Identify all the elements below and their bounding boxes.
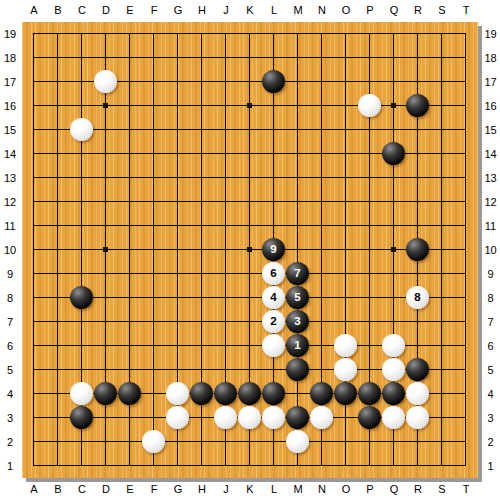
intersection-M14[interactable]: [286, 142, 310, 166]
intersection-N5[interactable]: [310, 358, 334, 382]
intersection-H1[interactable]: [190, 454, 214, 478]
intersection-M1[interactable]: [286, 454, 310, 478]
intersection-Q12[interactable]: [382, 190, 406, 214]
intersection-S7[interactable]: [430, 310, 454, 334]
intersection-E4[interactable]: [118, 382, 142, 406]
intersection-M8[interactable]: 5: [286, 286, 310, 310]
intersection-C16[interactable]: [70, 94, 94, 118]
intersection-T7[interactable]: [454, 310, 478, 334]
intersection-S9[interactable]: [430, 262, 454, 286]
intersection-A10[interactable]: [22, 238, 46, 262]
intersection-L14[interactable]: [262, 142, 286, 166]
intersection-O6[interactable]: [334, 334, 358, 358]
intersection-Q13[interactable]: [382, 166, 406, 190]
intersection-J9[interactable]: [214, 262, 238, 286]
intersection-F2[interactable]: [142, 430, 166, 454]
intersection-T16[interactable]: [454, 94, 478, 118]
intersection-O14[interactable]: [334, 142, 358, 166]
intersection-T14[interactable]: [454, 142, 478, 166]
intersection-B5[interactable]: [46, 358, 70, 382]
intersection-K16[interactable]: [238, 94, 262, 118]
intersection-T3[interactable]: [454, 406, 478, 430]
intersection-E12[interactable]: [118, 190, 142, 214]
intersection-K19[interactable]: [238, 22, 262, 46]
intersection-K7[interactable]: [238, 310, 262, 334]
intersection-Q9[interactable]: [382, 262, 406, 286]
intersection-B18[interactable]: [46, 46, 70, 70]
intersection-C11[interactable]: [70, 214, 94, 238]
intersection-L2[interactable]: [262, 430, 286, 454]
intersection-Q3[interactable]: [382, 406, 406, 430]
intersection-K14[interactable]: [238, 142, 262, 166]
intersection-C17[interactable]: [70, 70, 94, 94]
intersection-F12[interactable]: [142, 190, 166, 214]
intersection-S6[interactable]: [430, 334, 454, 358]
intersection-F8[interactable]: [142, 286, 166, 310]
intersection-O19[interactable]: [334, 22, 358, 46]
intersection-B12[interactable]: [46, 190, 70, 214]
intersection-R12[interactable]: [406, 190, 430, 214]
intersection-H13[interactable]: [190, 166, 214, 190]
intersection-P4[interactable]: [358, 382, 382, 406]
intersection-K4[interactable]: [238, 382, 262, 406]
intersection-D17[interactable]: [94, 70, 118, 94]
intersection-P13[interactable]: [358, 166, 382, 190]
intersection-P10[interactable]: [358, 238, 382, 262]
intersection-F7[interactable]: [142, 310, 166, 334]
intersection-N8[interactable]: [310, 286, 334, 310]
intersection-J12[interactable]: [214, 190, 238, 214]
intersection-P11[interactable]: [358, 214, 382, 238]
intersection-A1[interactable]: [22, 454, 46, 478]
intersection-S11[interactable]: [430, 214, 454, 238]
intersection-A12[interactable]: [22, 190, 46, 214]
intersection-R13[interactable]: [406, 166, 430, 190]
intersection-J16[interactable]: [214, 94, 238, 118]
intersection-L8[interactable]: 4: [262, 286, 286, 310]
intersection-H15[interactable]: [190, 118, 214, 142]
intersection-O3[interactable]: [334, 406, 358, 430]
intersection-O16[interactable]: [334, 94, 358, 118]
intersection-N10[interactable]: [310, 238, 334, 262]
intersection-S10[interactable]: [430, 238, 454, 262]
intersection-Q14[interactable]: [382, 142, 406, 166]
intersection-F15[interactable]: [142, 118, 166, 142]
intersection-E14[interactable]: [118, 142, 142, 166]
intersection-T15[interactable]: [454, 118, 478, 142]
intersection-S4[interactable]: [430, 382, 454, 406]
intersection-K3[interactable]: [238, 406, 262, 430]
intersection-Q4[interactable]: [382, 382, 406, 406]
intersection-K1[interactable]: [238, 454, 262, 478]
intersection-E3[interactable]: [118, 406, 142, 430]
intersection-Q17[interactable]: [382, 70, 406, 94]
intersection-P12[interactable]: [358, 190, 382, 214]
intersection-M11[interactable]: [286, 214, 310, 238]
intersection-J8[interactable]: [214, 286, 238, 310]
intersection-S5[interactable]: [430, 358, 454, 382]
intersection-D9[interactable]: [94, 262, 118, 286]
intersection-M9[interactable]: 7: [286, 262, 310, 286]
intersection-O17[interactable]: [334, 70, 358, 94]
intersection-L1[interactable]: [262, 454, 286, 478]
intersection-B9[interactable]: [46, 262, 70, 286]
intersection-C6[interactable]: [70, 334, 94, 358]
intersection-N16[interactable]: [310, 94, 334, 118]
intersection-S16[interactable]: [430, 94, 454, 118]
intersection-Q7[interactable]: [382, 310, 406, 334]
intersection-S19[interactable]: [430, 22, 454, 46]
intersection-B6[interactable]: [46, 334, 70, 358]
intersection-C2[interactable]: [70, 430, 94, 454]
intersection-E17[interactable]: [118, 70, 142, 94]
intersection-H12[interactable]: [190, 190, 214, 214]
intersection-B1[interactable]: [46, 454, 70, 478]
intersection-N11[interactable]: [310, 214, 334, 238]
intersection-L9[interactable]: 6: [262, 262, 286, 286]
intersection-L12[interactable]: [262, 190, 286, 214]
intersection-K5[interactable]: [238, 358, 262, 382]
intersection-O9[interactable]: [334, 262, 358, 286]
intersection-M16[interactable]: [286, 94, 310, 118]
intersection-H5[interactable]: [190, 358, 214, 382]
intersection-R5[interactable]: [406, 358, 430, 382]
intersection-P15[interactable]: [358, 118, 382, 142]
intersection-B8[interactable]: [46, 286, 70, 310]
intersection-G3[interactable]: [166, 406, 190, 430]
intersection-N15[interactable]: [310, 118, 334, 142]
intersection-R7[interactable]: [406, 310, 430, 334]
intersection-E2[interactable]: [118, 430, 142, 454]
intersection-N12[interactable]: [310, 190, 334, 214]
intersection-Q18[interactable]: [382, 46, 406, 70]
intersection-D16[interactable]: [94, 94, 118, 118]
intersection-D15[interactable]: [94, 118, 118, 142]
intersection-G14[interactable]: [166, 142, 190, 166]
intersection-A19[interactable]: [22, 22, 46, 46]
intersection-G16[interactable]: [166, 94, 190, 118]
intersection-M17[interactable]: [286, 70, 310, 94]
intersection-D13[interactable]: [94, 166, 118, 190]
intersection-H19[interactable]: [190, 22, 214, 46]
intersection-D1[interactable]: [94, 454, 118, 478]
intersection-J17[interactable]: [214, 70, 238, 94]
intersection-C18[interactable]: [70, 46, 94, 70]
intersection-G19[interactable]: [166, 22, 190, 46]
intersection-N2[interactable]: [310, 430, 334, 454]
intersection-B17[interactable]: [46, 70, 70, 94]
intersection-T19[interactable]: [454, 22, 478, 46]
intersection-Q8[interactable]: [382, 286, 406, 310]
intersection-B3[interactable]: [46, 406, 70, 430]
intersection-E6[interactable]: [118, 334, 142, 358]
intersection-S14[interactable]: [430, 142, 454, 166]
intersection-F16[interactable]: [142, 94, 166, 118]
intersection-B14[interactable]: [46, 142, 70, 166]
intersection-A16[interactable]: [22, 94, 46, 118]
intersection-O11[interactable]: [334, 214, 358, 238]
intersection-M18[interactable]: [286, 46, 310, 70]
intersection-J14[interactable]: [214, 142, 238, 166]
intersection-D8[interactable]: [94, 286, 118, 310]
intersection-R1[interactable]: [406, 454, 430, 478]
intersection-F19[interactable]: [142, 22, 166, 46]
intersection-T18[interactable]: [454, 46, 478, 70]
intersection-E11[interactable]: [118, 214, 142, 238]
intersection-D19[interactable]: [94, 22, 118, 46]
intersection-T12[interactable]: [454, 190, 478, 214]
intersection-N14[interactable]: [310, 142, 334, 166]
intersection-T2[interactable]: [454, 430, 478, 454]
intersection-J3[interactable]: [214, 406, 238, 430]
intersection-S3[interactable]: [430, 406, 454, 430]
intersection-F11[interactable]: [142, 214, 166, 238]
intersection-L18[interactable]: [262, 46, 286, 70]
intersection-D10[interactable]: [94, 238, 118, 262]
intersection-F13[interactable]: [142, 166, 166, 190]
intersection-T9[interactable]: [454, 262, 478, 286]
intersection-A5[interactable]: [22, 358, 46, 382]
intersection-M3[interactable]: [286, 406, 310, 430]
intersection-Q16[interactable]: [382, 94, 406, 118]
intersection-S17[interactable]: [430, 70, 454, 94]
intersection-D12[interactable]: [94, 190, 118, 214]
intersection-D2[interactable]: [94, 430, 118, 454]
intersection-J18[interactable]: [214, 46, 238, 70]
intersection-B2[interactable]: [46, 430, 70, 454]
intersection-M13[interactable]: [286, 166, 310, 190]
intersection-C5[interactable]: [70, 358, 94, 382]
intersection-N18[interactable]: [310, 46, 334, 70]
intersection-E15[interactable]: [118, 118, 142, 142]
intersection-K6[interactable]: [238, 334, 262, 358]
intersection-T5[interactable]: [454, 358, 478, 382]
intersection-J5[interactable]: [214, 358, 238, 382]
intersection-P6[interactable]: [358, 334, 382, 358]
intersection-J11[interactable]: [214, 214, 238, 238]
intersection-B16[interactable]: [46, 94, 70, 118]
intersection-G15[interactable]: [166, 118, 190, 142]
intersection-Q15[interactable]: [382, 118, 406, 142]
intersection-F14[interactable]: [142, 142, 166, 166]
intersection-C19[interactable]: [70, 22, 94, 46]
intersection-K17[interactable]: [238, 70, 262, 94]
intersection-P9[interactable]: [358, 262, 382, 286]
intersection-L3[interactable]: [262, 406, 286, 430]
intersection-L15[interactable]: [262, 118, 286, 142]
intersection-P5[interactable]: [358, 358, 382, 382]
intersection-L10[interactable]: 9: [262, 238, 286, 262]
intersection-O13[interactable]: [334, 166, 358, 190]
intersection-J19[interactable]: [214, 22, 238, 46]
intersection-R14[interactable]: [406, 142, 430, 166]
intersection-R18[interactable]: [406, 46, 430, 70]
intersection-H9[interactable]: [190, 262, 214, 286]
intersection-H7[interactable]: [190, 310, 214, 334]
intersection-C4[interactable]: [70, 382, 94, 406]
intersection-B13[interactable]: [46, 166, 70, 190]
intersection-F5[interactable]: [142, 358, 166, 382]
intersection-N13[interactable]: [310, 166, 334, 190]
intersection-T11[interactable]: [454, 214, 478, 238]
intersection-H11[interactable]: [190, 214, 214, 238]
intersection-A6[interactable]: [22, 334, 46, 358]
intersection-N7[interactable]: [310, 310, 334, 334]
intersection-T8[interactable]: [454, 286, 478, 310]
intersection-S15[interactable]: [430, 118, 454, 142]
intersection-K15[interactable]: [238, 118, 262, 142]
intersection-P17[interactable]: [358, 70, 382, 94]
intersection-O10[interactable]: [334, 238, 358, 262]
intersection-S12[interactable]: [430, 190, 454, 214]
intersection-C10[interactable]: [70, 238, 94, 262]
intersection-H17[interactable]: [190, 70, 214, 94]
intersection-M12[interactable]: [286, 190, 310, 214]
intersection-A18[interactable]: [22, 46, 46, 70]
intersection-G1[interactable]: [166, 454, 190, 478]
intersection-G11[interactable]: [166, 214, 190, 238]
intersection-A15[interactable]: [22, 118, 46, 142]
intersection-G4[interactable]: [166, 382, 190, 406]
intersection-C15[interactable]: [70, 118, 94, 142]
intersection-H3[interactable]: [190, 406, 214, 430]
intersection-J4[interactable]: [214, 382, 238, 406]
intersection-C3[interactable]: [70, 406, 94, 430]
intersection-N1[interactable]: [310, 454, 334, 478]
intersection-M6[interactable]: 1: [286, 334, 310, 358]
intersection-P1[interactable]: [358, 454, 382, 478]
intersection-A3[interactable]: [22, 406, 46, 430]
intersection-L19[interactable]: [262, 22, 286, 46]
intersection-D5[interactable]: [94, 358, 118, 382]
intersection-K12[interactable]: [238, 190, 262, 214]
intersection-R17[interactable]: [406, 70, 430, 94]
intersection-C7[interactable]: [70, 310, 94, 334]
intersection-P18[interactable]: [358, 46, 382, 70]
intersection-P16[interactable]: [358, 94, 382, 118]
intersection-B4[interactable]: [46, 382, 70, 406]
intersection-L13[interactable]: [262, 166, 286, 190]
intersection-E10[interactable]: [118, 238, 142, 262]
intersection-P19[interactable]: [358, 22, 382, 46]
intersection-R10[interactable]: [406, 238, 430, 262]
intersection-F9[interactable]: [142, 262, 166, 286]
intersection-P8[interactable]: [358, 286, 382, 310]
intersection-D3[interactable]: [94, 406, 118, 430]
intersection-O8[interactable]: [334, 286, 358, 310]
intersection-L16[interactable]: [262, 94, 286, 118]
intersection-B7[interactable]: [46, 310, 70, 334]
intersection-F10[interactable]: [142, 238, 166, 262]
intersection-F1[interactable]: [142, 454, 166, 478]
intersection-R2[interactable]: [406, 430, 430, 454]
intersection-P14[interactable]: [358, 142, 382, 166]
intersection-F18[interactable]: [142, 46, 166, 70]
intersection-D6[interactable]: [94, 334, 118, 358]
intersection-F3[interactable]: [142, 406, 166, 430]
intersection-N17[interactable]: [310, 70, 334, 94]
intersection-H2[interactable]: [190, 430, 214, 454]
intersection-C12[interactable]: [70, 190, 94, 214]
intersection-A13[interactable]: [22, 166, 46, 190]
intersection-E5[interactable]: [118, 358, 142, 382]
intersection-O5[interactable]: [334, 358, 358, 382]
intersection-M7[interactable]: 3: [286, 310, 310, 334]
intersection-G12[interactable]: [166, 190, 190, 214]
intersection-L4[interactable]: [262, 382, 286, 406]
intersection-K11[interactable]: [238, 214, 262, 238]
intersection-K18[interactable]: [238, 46, 262, 70]
intersection-A7[interactable]: [22, 310, 46, 334]
intersection-Q19[interactable]: [382, 22, 406, 46]
intersection-B11[interactable]: [46, 214, 70, 238]
intersection-J7[interactable]: [214, 310, 238, 334]
intersection-S8[interactable]: [430, 286, 454, 310]
intersection-J13[interactable]: [214, 166, 238, 190]
intersection-R4[interactable]: [406, 382, 430, 406]
intersection-N4[interactable]: [310, 382, 334, 406]
intersection-O2[interactable]: [334, 430, 358, 454]
intersection-K13[interactable]: [238, 166, 262, 190]
intersection-G17[interactable]: [166, 70, 190, 94]
intersection-O15[interactable]: [334, 118, 358, 142]
intersection-M19[interactable]: [286, 22, 310, 46]
intersection-N3[interactable]: [310, 406, 334, 430]
intersection-P2[interactable]: [358, 430, 382, 454]
intersection-D18[interactable]: [94, 46, 118, 70]
intersection-J2[interactable]: [214, 430, 238, 454]
intersection-T17[interactable]: [454, 70, 478, 94]
intersection-T13[interactable]: [454, 166, 478, 190]
intersection-R16[interactable]: [406, 94, 430, 118]
intersection-A11[interactable]: [22, 214, 46, 238]
intersection-H10[interactable]: [190, 238, 214, 262]
intersection-G8[interactable]: [166, 286, 190, 310]
intersection-H6[interactable]: [190, 334, 214, 358]
intersection-N6[interactable]: [310, 334, 334, 358]
intersection-N9[interactable]: [310, 262, 334, 286]
intersection-A14[interactable]: [22, 142, 46, 166]
intersection-E7[interactable]: [118, 310, 142, 334]
intersection-R15[interactable]: [406, 118, 430, 142]
intersection-O7[interactable]: [334, 310, 358, 334]
intersection-E16[interactable]: [118, 94, 142, 118]
intersection-O1[interactable]: [334, 454, 358, 478]
intersection-C14[interactable]: [70, 142, 94, 166]
intersection-G9[interactable]: [166, 262, 190, 286]
intersection-L17[interactable]: [262, 70, 286, 94]
intersection-G18[interactable]: [166, 46, 190, 70]
intersection-M2[interactable]: [286, 430, 310, 454]
intersection-L11[interactable]: [262, 214, 286, 238]
intersection-J1[interactable]: [214, 454, 238, 478]
intersection-J15[interactable]: [214, 118, 238, 142]
intersection-G6[interactable]: [166, 334, 190, 358]
intersection-M4[interactable]: [286, 382, 310, 406]
intersection-O12[interactable]: [334, 190, 358, 214]
intersection-R11[interactable]: [406, 214, 430, 238]
intersection-Q11[interactable]: [382, 214, 406, 238]
intersection-J6[interactable]: [214, 334, 238, 358]
intersection-G5[interactable]: [166, 358, 190, 382]
intersection-H4[interactable]: [190, 382, 214, 406]
intersection-B10[interactable]: [46, 238, 70, 262]
intersection-H16[interactable]: [190, 94, 214, 118]
intersection-C8[interactable]: [70, 286, 94, 310]
intersection-D14[interactable]: [94, 142, 118, 166]
intersection-Q5[interactable]: [382, 358, 406, 382]
intersection-T6[interactable]: [454, 334, 478, 358]
